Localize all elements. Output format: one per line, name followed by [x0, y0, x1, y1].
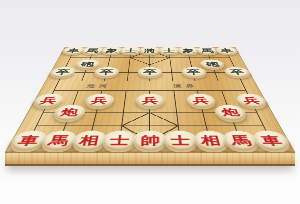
piece-character: 兵: [242, 97, 262, 105]
piece-character: 炮: [59, 108, 79, 117]
piece-character: 炮: [221, 108, 241, 117]
piece-character: 車: [219, 48, 233, 52]
piece-red-chariot[interactable]: 車: [250, 131, 293, 151]
piece-character: 兵: [90, 97, 108, 105]
photo-background: 楚河 漢界 車馬象士將士象馬車砲砲卒卒卒卒卒兵兵兵兵兵炮炮車馬相士帥士相馬車: [0, 0, 300, 204]
piece-character: 車: [259, 135, 284, 146]
piece-character: 士: [125, 48, 138, 52]
piece-character: 兵: [39, 97, 59, 105]
piece-red-cannon[interactable]: 炮: [51, 105, 86, 120]
piece-red-soldier[interactable]: 兵: [136, 94, 165, 108]
piece-red-soldier[interactable]: 兵: [83, 94, 114, 108]
piece-character: 兵: [142, 97, 158, 105]
piece-character: 相: [78, 135, 100, 146]
piece-red-general[interactable]: 帥: [133, 131, 168, 151]
piece-character: 卒: [186, 69, 201, 75]
piece-black-soldier[interactable]: 卒: [181, 67, 208, 77]
piece-character: 士: [109, 135, 129, 146]
piece-character: 卒: [143, 69, 157, 75]
pieces-layer: 車馬象士將士象馬車砲砲卒卒卒卒卒兵兵兵兵兵炮炮車馬相士帥士相馬車: [5, 47, 295, 152]
piece-character: 砲: [205, 62, 220, 67]
piece-character: 象: [182, 48, 195, 52]
piece-character: 馬: [86, 48, 100, 52]
piece-black-soldier[interactable]: 卒: [93, 67, 120, 77]
piece-red-soldier[interactable]: 兵: [235, 94, 270, 108]
piece-black-cannon[interactable]: 砲: [200, 60, 226, 69]
piece-character: 象: [105, 48, 118, 52]
piece-character: 士: [163, 48, 176, 52]
piece-character: 兵: [192, 97, 210, 105]
piece-character: 卒: [229, 69, 246, 75]
piece-black-chariot[interactable]: 車: [214, 47, 239, 55]
piece-red-soldier[interactable]: 兵: [186, 94, 217, 108]
piece-character: 馬: [229, 135, 252, 146]
piece-red-soldier[interactable]: 兵: [31, 94, 66, 108]
piece-character: 將: [144, 48, 156, 52]
piece-character: 士: [170, 135, 190, 146]
board-front-edge: [5, 152, 295, 166]
piece-black-soldier[interactable]: 卒: [138, 67, 163, 77]
piece-character: 車: [16, 135, 41, 146]
xiangqi-board: 楚河 漢界 車馬象士將士象馬車砲砲卒卒卒卒卒兵兵兵兵兵炮炮車馬相士帥士相馬車: [5, 47, 295, 152]
piece-black-soldier[interactable]: 卒: [48, 67, 77, 77]
piece-character: 馬: [47, 135, 70, 146]
piece-character: 帥: [140, 135, 160, 146]
piece-character: 馬: [201, 48, 215, 52]
piece-character: 砲: [80, 62, 95, 67]
piece-character: 相: [200, 135, 222, 146]
piece-character: 卒: [54, 69, 71, 75]
piece-black-cannon[interactable]: 砲: [74, 60, 100, 69]
piece-black-advisor[interactable]: 士: [120, 47, 142, 55]
piece-red-advisor[interactable]: 士: [101, 131, 137, 151]
piece-black-soldier[interactable]: 卒: [223, 67, 252, 77]
piece-character: 卒: [99, 69, 114, 75]
piece-red-cannon[interactable]: 炮: [213, 105, 248, 120]
piece-character: 車: [66, 48, 80, 52]
piece-black-general[interactable]: 將: [139, 47, 161, 55]
